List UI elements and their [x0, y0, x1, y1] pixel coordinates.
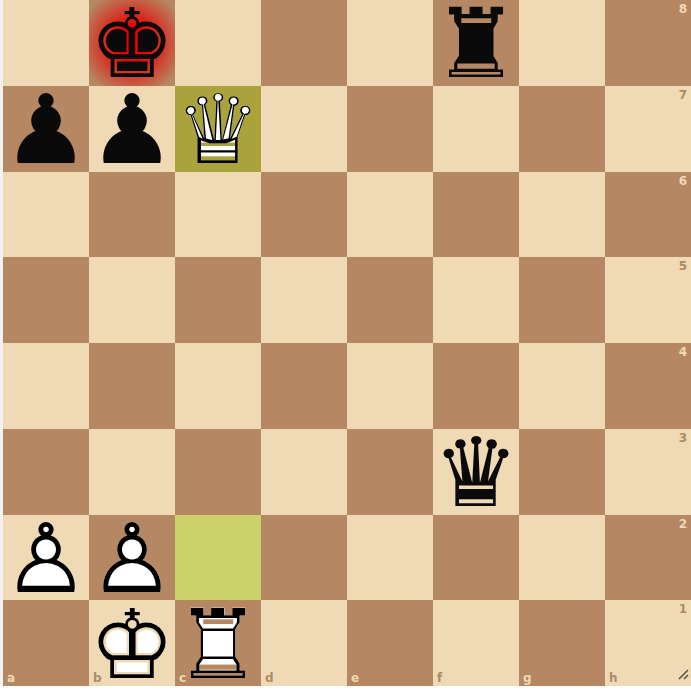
square-a3[interactable] [3, 429, 89, 515]
piece-black-king[interactable]: ♚ [89, 0, 175, 86]
square-f8[interactable]: ♜ [433, 0, 519, 86]
square-a1[interactable]: a [3, 600, 89, 686]
white-pawn-glyph-outline: ♙ [3, 518, 89, 601]
square-c8[interactable] [175, 0, 261, 86]
square-h5[interactable]: 5 [605, 257, 691, 343]
square-a6[interactable] [3, 172, 89, 258]
piece-black-queen[interactable]: ♛ [433, 429, 519, 515]
black-pawn-glyph-fill: ♟ [3, 89, 89, 172]
square-b7[interactable]: ♟ [89, 86, 175, 172]
square-b4[interactable] [89, 343, 175, 429]
square-e8[interactable] [347, 0, 433, 86]
square-g2[interactable] [519, 515, 605, 601]
square-g7[interactable] [519, 86, 605, 172]
square-g3[interactable] [519, 429, 605, 515]
black-rook-glyph-fill: ♜ [433, 3, 519, 86]
square-f3[interactable]: ♛ [433, 429, 519, 515]
piece-black-pawn[interactable]: ♟ [89, 86, 175, 172]
square-c2[interactable] [175, 515, 261, 601]
square-b3[interactable] [89, 429, 175, 515]
square-e6[interactable] [347, 172, 433, 258]
file-label-e: e [351, 671, 359, 685]
square-e1[interactable]: e [347, 600, 433, 686]
square-e5[interactable] [347, 257, 433, 343]
square-h8[interactable]: 8 [605, 0, 691, 86]
square-d7[interactable] [261, 86, 347, 172]
square-b8[interactable]: ♚ [89, 0, 175, 86]
square-d4[interactable] [261, 343, 347, 429]
rank-label-3: 3 [679, 431, 687, 445]
square-e3[interactable] [347, 429, 433, 515]
file-label-g: g [523, 671, 532, 685]
square-c7[interactable]: ♛♕ [175, 86, 261, 172]
square-b1[interactable]: b♚♔ [89, 600, 175, 686]
square-a8[interactable] [3, 0, 89, 86]
piece-white-queen[interactable]: ♛♕ [175, 86, 261, 172]
page: ♚♜8♟♟♛♕7654♛3♟♙♟♙2ab♚♔c♜♖defg1h [0, 0, 691, 691]
piece-black-pawn[interactable]: ♟ [3, 86, 89, 172]
rank-label-1: 1 [679, 602, 687, 616]
square-f6[interactable] [433, 172, 519, 258]
square-a2[interactable]: ♟♙ [3, 515, 89, 601]
rank-label-8: 8 [679, 2, 687, 16]
square-c3[interactable] [175, 429, 261, 515]
square-b5[interactable] [89, 257, 175, 343]
square-c6[interactable] [175, 172, 261, 258]
square-g4[interactable] [519, 343, 605, 429]
white-rook-glyph-outline: ♖ [175, 603, 261, 686]
piece-black-rook[interactable]: ♜ [433, 0, 519, 86]
square-b6[interactable] [89, 172, 175, 258]
square-h3[interactable]: 3 [605, 429, 691, 515]
file-label-h: h [609, 671, 618, 685]
square-c5[interactable] [175, 257, 261, 343]
file-label-f: f [437, 671, 442, 685]
square-h6[interactable]: 6 [605, 172, 691, 258]
rank-label-5: 5 [679, 259, 687, 273]
last-move-highlight [175, 515, 261, 601]
piece-white-pawn[interactable]: ♟♙ [3, 515, 89, 601]
rank-label-6: 6 [679, 174, 687, 188]
file-label-c: c [179, 671, 186, 685]
square-e7[interactable] [347, 86, 433, 172]
resize-handle-icon[interactable] [676, 665, 689, 684]
square-d5[interactable] [261, 257, 347, 343]
piece-white-rook[interactable]: ♜♖ [175, 600, 261, 686]
rank-label-7: 7 [679, 88, 687, 102]
piece-white-pawn[interactable]: ♟♙ [89, 515, 175, 601]
square-d1[interactable]: d [261, 600, 347, 686]
file-label-d: d [265, 671, 274, 685]
square-f1[interactable]: f [433, 600, 519, 686]
square-g1[interactable]: g [519, 600, 605, 686]
chess-board: ♚♜8♟♟♛♕7654♛3♟♙♟♙2ab♚♔c♜♖defg1h [3, 0, 691, 686]
white-pawn-glyph-outline: ♙ [89, 518, 175, 601]
rank-label-4: 4 [679, 345, 687, 359]
square-a4[interactable] [3, 343, 89, 429]
square-d2[interactable] [261, 515, 347, 601]
square-g5[interactable] [519, 257, 605, 343]
square-f7[interactable] [433, 86, 519, 172]
square-g6[interactable] [519, 172, 605, 258]
rank-label-2: 2 [679, 517, 687, 531]
square-c4[interactable] [175, 343, 261, 429]
square-h4[interactable]: 4 [605, 343, 691, 429]
black-queen-glyph-fill: ♛ [433, 432, 519, 515]
square-h7[interactable]: 7 [605, 86, 691, 172]
square-f2[interactable] [433, 515, 519, 601]
square-f4[interactable] [433, 343, 519, 429]
square-d3[interactable] [261, 429, 347, 515]
square-d6[interactable] [261, 172, 347, 258]
square-b2[interactable]: ♟♙ [89, 515, 175, 601]
square-d8[interactable] [261, 0, 347, 86]
file-label-a: a [7, 671, 15, 685]
square-a5[interactable] [3, 257, 89, 343]
black-pawn-glyph-fill: ♟ [89, 89, 175, 172]
square-h2[interactable]: 2 [605, 515, 691, 601]
square-e4[interactable] [347, 343, 433, 429]
black-king-glyph-fill: ♚ [89, 3, 175, 86]
square-c1[interactable]: c♜♖ [175, 600, 261, 686]
square-f5[interactable] [433, 257, 519, 343]
square-e2[interactable] [347, 515, 433, 601]
square-g8[interactable] [519, 0, 605, 86]
white-queen-glyph-outline: ♕ [175, 89, 261, 172]
file-label-b: b [93, 671, 102, 685]
square-a7[interactable]: ♟ [3, 86, 89, 172]
